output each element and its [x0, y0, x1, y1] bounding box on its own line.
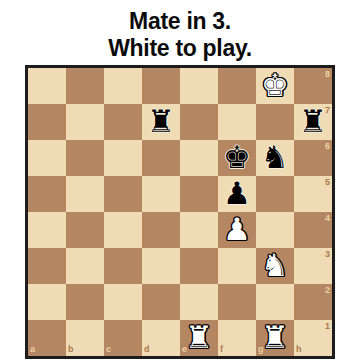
rank-label-2: 2	[325, 286, 330, 295]
square-b2	[66, 284, 104, 320]
square-g1: g♜	[256, 320, 294, 356]
square-h7: 7♜	[294, 104, 332, 140]
square-e6	[180, 140, 218, 176]
black-rook-d7: ♜	[142, 104, 180, 140]
puzzle-graphic: Mate in 3. White to play. ♚8♜7♜♚♞6♟5♟4♞3…	[0, 0, 360, 360]
square-f6: ♚	[218, 140, 256, 176]
square-c1: c	[104, 320, 142, 356]
square-h2: 2	[294, 284, 332, 320]
square-e4	[180, 212, 218, 248]
black-knight-g6: ♞	[256, 140, 294, 176]
white-king-g8: ♚	[256, 68, 294, 104]
square-e1: e♜	[180, 320, 218, 356]
black-king-f6: ♚	[218, 140, 256, 176]
square-b4	[66, 212, 104, 248]
square-a7	[28, 104, 66, 140]
square-g6: ♞	[256, 140, 294, 176]
file-label-b: b	[68, 345, 74, 354]
square-d4	[142, 212, 180, 248]
square-g4	[256, 212, 294, 248]
square-h4: 4	[294, 212, 332, 248]
file-label-d: d	[144, 345, 150, 354]
square-g2	[256, 284, 294, 320]
square-h1: 1h	[294, 320, 332, 356]
square-h3: 3	[294, 248, 332, 284]
square-c6	[104, 140, 142, 176]
square-f3	[218, 248, 256, 284]
rank-label-5: 5	[325, 178, 330, 187]
square-a1: a	[28, 320, 66, 356]
square-g8: ♚	[256, 68, 294, 104]
square-c4	[104, 212, 142, 248]
square-c2	[104, 284, 142, 320]
square-g3: ♞	[256, 248, 294, 284]
square-f4: ♟	[218, 212, 256, 248]
square-g7	[256, 104, 294, 140]
rank-label-1: 1	[325, 322, 330, 331]
square-d3	[142, 248, 180, 284]
white-knight-g3: ♞	[256, 248, 294, 284]
square-a5	[28, 176, 66, 212]
square-b1: b	[66, 320, 104, 356]
square-d5	[142, 176, 180, 212]
square-e7	[180, 104, 218, 140]
chess-board: ♚8♜7♜♚♞6♟5♟4♞32abcde♜fg♜1h	[28, 68, 332, 356]
square-a4	[28, 212, 66, 248]
square-b3	[66, 248, 104, 284]
square-a2	[28, 284, 66, 320]
file-label-h: h	[296, 345, 302, 354]
square-c3	[104, 248, 142, 284]
square-f8	[218, 68, 256, 104]
square-e3	[180, 248, 218, 284]
square-d2	[142, 284, 180, 320]
square-h8: 8	[294, 68, 332, 104]
file-label-c: c	[106, 345, 111, 354]
square-c7	[104, 104, 142, 140]
square-f2	[218, 284, 256, 320]
square-b6	[66, 140, 104, 176]
square-a3	[28, 248, 66, 284]
square-f7	[218, 104, 256, 140]
rank-label-4: 4	[325, 214, 330, 223]
square-c5	[104, 176, 142, 212]
file-label-a: a	[30, 345, 35, 354]
square-b5	[66, 176, 104, 212]
black-rook-h7: ♜	[294, 104, 332, 140]
white-rook-e1: ♜	[180, 320, 218, 356]
black-pawn-f5: ♟	[218, 176, 256, 212]
square-b7	[66, 104, 104, 140]
square-d1: d	[142, 320, 180, 356]
square-f1: f	[218, 320, 256, 356]
rank-label-8: 8	[325, 70, 330, 79]
white-pawn-f4: ♟	[218, 212, 256, 248]
rank-label-3: 3	[325, 250, 330, 259]
square-b8	[66, 68, 104, 104]
square-d6	[142, 140, 180, 176]
square-e5	[180, 176, 218, 212]
file-label-f: f	[220, 345, 223, 354]
white-rook-g1: ♜	[256, 320, 294, 356]
chess-board-frame: ♚8♜7♜♚♞6♟5♟4♞32abcde♜fg♜1h	[25, 65, 335, 359]
caption-line-stipulation: Mate in 3.	[0, 8, 360, 35]
square-f5: ♟	[218, 176, 256, 212]
square-h5: 5	[294, 176, 332, 212]
square-e2	[180, 284, 218, 320]
square-d7: ♜	[142, 104, 180, 140]
square-c8	[104, 68, 142, 104]
caption-line-side-to-move: White to play.	[0, 35, 360, 62]
square-g5	[256, 176, 294, 212]
square-h6: 6	[294, 140, 332, 176]
square-a8	[28, 68, 66, 104]
puzzle-caption: Mate in 3. White to play.	[0, 0, 360, 62]
square-d8	[142, 68, 180, 104]
rank-label-6: 6	[325, 142, 330, 151]
square-e8	[180, 68, 218, 104]
square-a6	[28, 140, 66, 176]
